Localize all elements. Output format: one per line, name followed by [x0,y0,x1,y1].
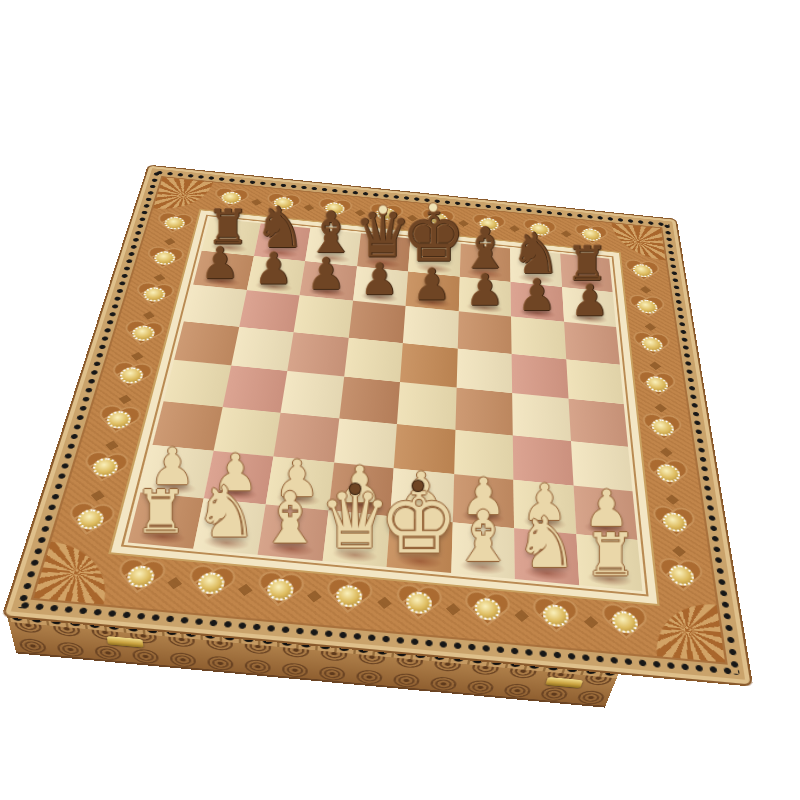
square-h1[interactable]: ♜ [576,534,643,592]
square-g7[interactable]: ♟ [511,282,564,322]
square-a7[interactable]: ♟ [193,250,253,290]
heart-motif [630,331,675,361]
corner-fan-bottom-right [651,599,725,663]
heart-motif [650,506,702,545]
diamond-accent [105,441,119,451]
square-a6[interactable] [184,285,247,327]
heart-motif [90,404,145,440]
brass-inlay [125,565,156,589]
brass-clasp-right [545,677,583,688]
heart-motif [639,413,687,447]
brass-inlay [651,418,675,437]
diamond-accent [90,490,104,501]
contrasting-finial [350,484,360,494]
heart-motif [655,557,709,599]
heart-motif [530,597,583,641]
heart-motif [109,558,170,602]
piece-white-bishop-f1[interactable]: ♝ [451,502,514,573]
brass-inlay [662,512,688,533]
square-h5[interactable] [566,359,624,404]
heart-motif [129,282,178,312]
piece-black-pawn-g7[interactable]: ♟ [518,274,557,317]
square-d1[interactable]: ♛ [322,510,390,567]
piece-black-pawn-e7[interactable]: ♟ [413,263,452,306]
piece-black-pawn-d7[interactable]: ♟ [360,258,399,301]
brass-inlay [405,591,432,615]
brass-inlay [266,578,295,602]
heart-motif [75,451,133,489]
diamond-accent [153,274,165,282]
heart-motif [251,571,308,615]
chess-set-scene: ♜♞♝♛♚♝♞♜♟♟♟♟♟♟♟♟♟♟♟♟♟♟♟♟♜♞♝♛♚♝♞♜ [5,166,751,685]
heart-motif [117,320,168,352]
square-b1[interactable]: ♞ [193,498,266,555]
piece-black-pawn-c7[interactable]: ♟ [307,252,346,295]
brass-inlay [668,564,695,587]
brass-clasp-left [106,636,143,648]
heart-motif [321,577,376,621]
heart-motif [635,370,681,402]
piece-white-knight-g1[interactable]: ♞ [515,508,578,579]
square-e1[interactable]: ♚ [387,516,453,573]
heart-motif [104,361,157,395]
brass-inlay [118,366,145,384]
diamond-accent [307,590,322,602]
brass-inlay [646,376,669,394]
brass-inlay [130,325,156,342]
square-c7[interactable]: ♟ [300,261,357,301]
piece-black-pawn-b7[interactable]: ♟ [254,247,293,290]
brass-inlay [90,457,119,478]
board-grid: ♜♞♝♛♚♝♞♜♟♟♟♟♟♟♟♟♟♟♟♟♟♟♟♟♜♞♝♛♚♝♞♜ [128,218,643,591]
piece-black-pawn-h7[interactable]: ♟ [570,279,609,322]
diamond-accent [163,238,175,245]
diamond-accent [446,603,461,616]
contrasting-finial [379,205,387,213]
piece-white-knight-b1[interactable]: ♞ [194,477,258,548]
heart-motif [644,458,694,495]
diamond-accent [665,495,678,506]
photo-stage: ♜♞♝♛♚♝♞♜♟♟♟♟♟♟♟♟♟♟♟♟♟♟♟♟♜♞♝♛♚♝♞♜ [0,0,800,800]
piece-white-rook-h1[interactable]: ♜ [584,525,637,584]
heart-motif [180,564,239,608]
square-b6[interactable] [239,290,300,332]
heart-motif [598,603,652,647]
brass-inlay [656,463,681,483]
square-h7[interactable]: ♟ [562,287,616,327]
square-d6[interactable] [348,301,405,343]
brass-inlay [641,336,663,353]
heart-motif [151,212,197,239]
heart-motif [59,502,119,543]
square-g1[interactable]: ♞ [514,528,579,585]
brass-inlay [611,610,638,634]
brass-inlay [153,250,177,265]
piece-white-rook-a1[interactable]: ♜ [134,482,187,542]
square-c6[interactable] [294,295,353,337]
piece-black-pawn-f7[interactable]: ♟ [465,268,504,311]
brass-inlay [475,597,501,621]
heart-motif [622,259,664,286]
diamond-accent [168,577,183,589]
diamond-accent [118,395,131,405]
brass-inlay [636,299,658,315]
heart-motif [626,294,669,323]
diamond-accent [515,609,530,622]
square-e6[interactable] [403,306,458,348]
corner-fan-top-left [153,177,213,213]
diamond-accent [583,616,598,629]
piece-black-pawn-a7[interactable]: ♟ [201,242,240,285]
brass-inlay [336,584,364,608]
square-f1[interactable]: ♝ [451,522,515,579]
heart-motif [392,584,445,628]
heart-motif [462,590,514,634]
diamond-accent [659,447,672,457]
diamond-accent [377,596,392,609]
brass-inlay [632,263,653,278]
brass-inlay [75,508,106,530]
diamond-accent [649,362,661,371]
diamond-accent [644,323,656,331]
contrasting-finial [430,203,438,211]
piece-white-bishop-c1[interactable]: ♝ [259,483,323,554]
diamond-accent [142,311,154,319]
diamond-accent [131,352,144,361]
contrasting-finial [414,481,424,491]
piece-white-queen-d1[interactable]: ♛ [319,480,391,560]
diamond-accent [654,403,667,412]
brass-inlay [543,604,569,628]
brass-inlay [142,286,167,302]
piece-white-king-e1[interactable]: ♚ [379,477,459,566]
heart-motif [140,246,188,274]
diamond-accent [640,286,651,294]
brass-inlay [196,571,226,595]
diamond-accent [672,545,686,556]
brass-inlay [105,410,133,429]
brass-inlay [163,216,186,230]
board-frame: ♜♞♝♛♚♝♞♜♟♟♟♟♟♟♟♟♟♟♟♟♟♟♟♟♜♞♝♛♚♝♞♜ [5,166,751,685]
diamond-accent [238,583,253,595]
